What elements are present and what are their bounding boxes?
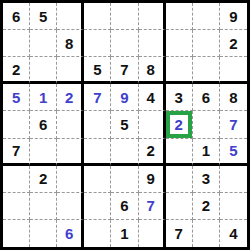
cell-r1c2[interactable]: 5 <box>30 3 57 30</box>
cell-r6c7[interactable] <box>166 139 193 166</box>
cell-r1c9[interactable]: 9 <box>220 3 247 30</box>
cell-r9c8[interactable] <box>193 220 220 247</box>
cell-r8c6[interactable]: 7 <box>139 193 166 220</box>
cell-r4c8[interactable]: 6 <box>193 84 220 111</box>
cell-r3c3[interactable] <box>57 57 84 84</box>
cell-r9c3[interactable]: 6 <box>57 220 84 247</box>
cell-r7c6[interactable]: 9 <box>139 166 166 193</box>
cell-r3c4[interactable]: 5 <box>84 57 111 84</box>
cell-r5c1[interactable] <box>3 111 30 138</box>
cell-r7c7[interactable] <box>166 166 193 193</box>
cell-r8c1[interactable] <box>3 193 30 220</box>
cell-r9c2[interactable] <box>30 220 57 247</box>
cell-r5c4[interactable] <box>84 111 111 138</box>
cell-r8c9[interactable] <box>220 193 247 220</box>
cell-r1c7[interactable] <box>166 3 193 30</box>
cell-r4c1[interactable]: 5 <box>3 84 30 111</box>
cell-r9c4[interactable] <box>84 220 111 247</box>
cell-r7c3[interactable] <box>57 166 84 193</box>
cell-r9c1[interactable] <box>3 220 30 247</box>
cell-r3c8[interactable] <box>193 57 220 84</box>
cell-r5c7[interactable]: 2 <box>166 111 193 138</box>
cell-r2c7[interactable] <box>166 30 193 57</box>
cell-r8c7[interactable] <box>166 193 193 220</box>
cell-r7c8[interactable]: 3 <box>193 166 220 193</box>
cell-r6c4[interactable] <box>84 139 111 166</box>
cell-r5c8[interactable] <box>193 111 220 138</box>
cell-r1c8[interactable] <box>193 3 220 30</box>
cell-r8c3[interactable] <box>57 193 84 220</box>
cell-r8c4[interactable] <box>84 193 111 220</box>
cell-r4c6[interactable]: 4 <box>139 84 166 111</box>
cell-r5c3[interactable] <box>57 111 84 138</box>
cell-r8c2[interactable] <box>30 193 57 220</box>
cell-r1c4[interactable] <box>84 3 111 30</box>
cell-r4c4[interactable]: 7 <box>84 84 111 111</box>
cell-r1c1[interactable]: 6 <box>3 3 30 30</box>
cell-r3c9[interactable] <box>220 57 247 84</box>
cell-r4c9[interactable]: 8 <box>220 84 247 111</box>
cell-r1c5[interactable] <box>111 3 138 30</box>
cell-r3c6[interactable]: 8 <box>139 57 166 84</box>
cell-r2c6[interactable] <box>139 30 166 57</box>
cell-r1c3[interactable] <box>57 3 84 30</box>
cell-r2c5[interactable] <box>111 30 138 57</box>
cell-r7c2[interactable]: 2 <box>30 166 57 193</box>
cell-r1c6[interactable] <box>139 3 166 30</box>
cell-r4c5[interactable]: 9 <box>111 84 138 111</box>
cell-r7c5[interactable] <box>111 166 138 193</box>
cell-r6c2[interactable] <box>30 139 57 166</box>
cell-r2c9[interactable]: 2 <box>220 30 247 57</box>
cell-r9c5[interactable]: 1 <box>111 220 138 247</box>
cell-r2c2[interactable] <box>30 30 57 57</box>
cell-r2c8[interactable] <box>193 30 220 57</box>
cell-r9c9[interactable]: 4 <box>220 220 247 247</box>
cell-r5c5[interactable]: 5 <box>111 111 138 138</box>
cell-r6c6[interactable]: 2 <box>139 139 166 166</box>
cell-r9c7[interactable]: 7 <box>166 220 193 247</box>
cell-r6c9[interactable]: 5 <box>220 139 247 166</box>
cell-r2c3[interactable]: 8 <box>57 30 84 57</box>
cell-r4c3[interactable]: 2 <box>57 84 84 111</box>
cell-r2c4[interactable] <box>84 30 111 57</box>
cell-r3c7[interactable] <box>166 57 193 84</box>
cell-r3c1[interactable]: 2 <box>3 57 30 84</box>
cell-r8c8[interactable]: 2 <box>193 193 220 220</box>
cell-r2c1[interactable] <box>3 30 30 57</box>
cell-r5c9[interactable]: 7 <box>220 111 247 138</box>
sudoku-board: 659822578512794368652772152936726174 <box>0 0 250 250</box>
cell-r5c6[interactable] <box>139 111 166 138</box>
cell-r4c7[interactable]: 3 <box>166 84 193 111</box>
cell-r3c5[interactable]: 7 <box>111 57 138 84</box>
cell-r4c2[interactable]: 1 <box>30 84 57 111</box>
cell-r6c5[interactable] <box>111 139 138 166</box>
cell-r7c9[interactable] <box>220 166 247 193</box>
cell-r8c5[interactable]: 6 <box>111 193 138 220</box>
cell-r7c4[interactable] <box>84 166 111 193</box>
cell-r6c8[interactable]: 1 <box>193 139 220 166</box>
cell-r6c1[interactable]: 7 <box>3 139 30 166</box>
cell-r3c2[interactable] <box>30 57 57 84</box>
cell-r5c2[interactable]: 6 <box>30 111 57 138</box>
cell-r6c3[interactable] <box>57 139 84 166</box>
cell-r9c6[interactable] <box>139 220 166 247</box>
cell-r7c1[interactable] <box>3 166 30 193</box>
